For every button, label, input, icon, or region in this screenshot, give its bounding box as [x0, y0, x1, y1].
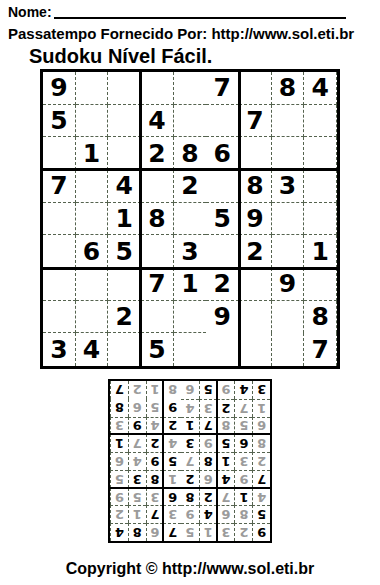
solution-cell-r5c8: 4: [128, 452, 146, 470]
solution-cell-r2c4: 4: [199, 505, 217, 523]
puzzle-cell-r1c1: 9: [43, 72, 76, 105]
solution-cell-r6c3: 5: [217, 434, 235, 452]
solution-cell-r3c8: 5: [128, 488, 146, 506]
box-divider-horizontal-2: [43, 267, 337, 270]
puzzle-cell-r2c1: 5: [43, 105, 76, 138]
puzzle-cell-r9c6: [206, 333, 239, 366]
puzzle-cell-r7c4: 7: [141, 268, 174, 301]
solution-cell-r6c1: 8: [252, 434, 270, 452]
puzzle-cell-r9c2: 4: [76, 333, 109, 366]
solution-cell-r5c6: 5: [163, 452, 181, 470]
puzzle-cell-r1c5: [174, 72, 207, 105]
puzzle-cell-r6c8: [272, 235, 305, 268]
puzzle-cell-r6c3: 5: [108, 235, 141, 268]
puzzle-cell-r3c4: 2: [141, 137, 174, 170]
solution-cell-r5c5: 7: [181, 452, 199, 470]
solution-cell-r9c3: 9: [217, 381, 235, 399]
puzzle-cell-r5c5: [174, 203, 207, 236]
solution-cell-r8c6: 9: [163, 399, 181, 417]
puzzle-cell-r2c3: [108, 105, 141, 138]
solution-cell-r8c9: 8: [110, 399, 128, 417]
solution-cell-r7c1: 6: [252, 417, 270, 435]
box-divider-vertical-1: [139, 72, 142, 366]
puzzle-cell-r4c6: [206, 170, 239, 203]
solution-cell-r8c2: 7: [234, 399, 252, 417]
solution-cell-r3c4: 2: [199, 488, 217, 506]
solution-cell-r3c5: 8: [181, 488, 199, 506]
solution-cell-r1c9: 4: [110, 523, 128, 541]
solution-box-divider-vertical-2: [162, 381, 164, 541]
solution-cell-r4c5: 2: [181, 470, 199, 488]
solution-cell-r4c1: 7: [252, 470, 270, 488]
puzzle-cell-r6c7: 2: [239, 235, 272, 268]
solution-cell-r7c8: 9: [128, 417, 146, 435]
puzzle-cell-r8c4: [141, 301, 174, 334]
solution-cell-r6c7: 2: [146, 434, 164, 452]
box-divider-vertical-2: [238, 72, 241, 366]
solution-cell-r8c5: 4: [181, 399, 199, 417]
solution-cell-r5c2: 3: [234, 452, 252, 470]
solution-cell-r8c8: 6: [128, 399, 146, 417]
puzzle-cell-r7c5: 1: [174, 268, 207, 301]
provided-by-text: Passatempo Fornecido Por: http://www.sol…: [8, 26, 380, 42]
solution-cell-r5c3: 1: [217, 452, 235, 470]
solution-cell-r3c7: 3: [146, 488, 164, 506]
puzzle-cell-r9c3: [108, 333, 141, 366]
puzzle-cell-r7c3: [108, 268, 141, 301]
solution-cell-r7c9: 3: [110, 417, 128, 435]
puzzle-cell-r5c9: [304, 203, 337, 236]
solution-cell-r5c1: 2: [252, 452, 270, 470]
solution-cell-r2c2: 8: [234, 505, 252, 523]
solution-cell-r9c1: 3: [252, 381, 270, 399]
puzzle-cell-r2c5: [174, 105, 207, 138]
solution-cell-r9c2: 4: [234, 381, 252, 399]
solution-cell-r3c2: 1: [234, 488, 252, 506]
solution-cell-r4c3: 4: [217, 470, 235, 488]
solution-cell-r6c5: 3: [181, 434, 199, 452]
solution-cell-r9c9: 7: [110, 381, 128, 399]
puzzle-cell-r8c9: 8: [304, 301, 337, 334]
solution-cell-r1c7: 6: [146, 523, 164, 541]
puzzle-cell-r9c8: [272, 333, 305, 366]
puzzle-cell-r6c4: [141, 235, 174, 268]
solution-cell-r1c4: 1: [199, 523, 217, 541]
solution-cell-r1c6: 7: [163, 523, 181, 541]
solution-cell-r6c9: 1: [110, 434, 128, 452]
solution-cell-r2c7: 7: [146, 505, 164, 523]
solution-cell-r4c9: 5: [110, 470, 128, 488]
solution-cell-r2c8: 1: [128, 505, 146, 523]
solution-cell-r3c3: 7: [217, 488, 235, 506]
solution-cell-r1c2: 2: [234, 523, 252, 541]
puzzle-cell-r8c7: [239, 301, 272, 334]
solution-cell-r9c8: 2: [128, 381, 146, 399]
puzzle-cell-r1c4: [141, 72, 174, 105]
name-row: Nome:: [8, 5, 346, 19]
puzzle-cell-r5c8: [272, 203, 305, 236]
solution-cell-r4c8: 3: [128, 470, 146, 488]
puzzle-cell-r7c7: [239, 268, 272, 301]
puzzle-cell-r3c7: [239, 137, 272, 170]
solution-cell-r3c6: 6: [163, 488, 181, 506]
solution-box-divider-horizontal-2: [110, 433, 270, 435]
solution-cell-r7c5: 1: [181, 417, 199, 435]
solution-cell-r5c9: 6: [110, 452, 128, 470]
solution-cell-r1c3: 3: [217, 523, 235, 541]
solution-cell-r2c1: 5: [252, 505, 270, 523]
puzzle-cell-r5c7: 9: [239, 203, 272, 236]
puzzle-cell-r6c6: [206, 235, 239, 268]
puzzle-cell-r5c1: [43, 203, 76, 236]
solution-box-divider-vertical-1: [216, 381, 218, 541]
solution-cell-r4c6: 1: [163, 470, 181, 488]
puzzle-cell-r1c7: [239, 72, 272, 105]
puzzle-cell-r6c5: 3: [174, 235, 207, 268]
puzzle-cell-r5c6: 5: [206, 203, 239, 236]
solution-cell-r6c8: 7: [128, 434, 146, 452]
puzzle-cell-r3c9: [304, 137, 337, 170]
solution-cell-r5c7: 9: [146, 452, 164, 470]
puzzle-cell-r3c2: 1: [76, 137, 109, 170]
puzzle-cell-r3c3: [108, 137, 141, 170]
puzzle-cell-r9c1: 3: [43, 333, 76, 366]
puzzle-cell-r8c1: [43, 301, 76, 334]
puzzle-cell-r1c3: [108, 72, 141, 105]
solution-cell-r3c1: 4: [252, 488, 270, 506]
solution-cell-r7c3: 8: [217, 417, 235, 435]
solution-cell-r6c2: 6: [234, 434, 252, 452]
solution-cell-r8c4: 3: [199, 399, 217, 417]
solution-cell-r6c4: 9: [199, 434, 217, 452]
page-title: Sudoku Nível Fácil.: [29, 46, 380, 66]
solution-cell-r7c2: 5: [234, 417, 252, 435]
puzzle-cell-r2c8: [272, 105, 305, 138]
puzzle-cell-r8c2: [76, 301, 109, 334]
puzzle-cell-r4c1: 7: [43, 170, 76, 203]
puzzle-cell-r2c7: 7: [239, 105, 272, 138]
solution-cell-r8c3: 2: [217, 399, 235, 417]
puzzle-cell-r4c4: [141, 170, 174, 203]
puzzle-cell-r8c6: 9: [206, 301, 239, 334]
solution-box-divider-horizontal-1: [110, 487, 270, 489]
puzzle-cell-r7c6: 2: [206, 268, 239, 301]
puzzle-cell-r9c7: [239, 333, 272, 366]
puzzle-cell-r1c8: 8: [272, 72, 305, 105]
solution-cell-r8c1: 1: [252, 399, 270, 417]
puzzle-cell-r2c4: 4: [141, 105, 174, 138]
solution-cell-r4c7: 8: [146, 470, 164, 488]
solution-cell-r6c6: 4: [163, 434, 181, 452]
solution-cell-r7c6: 2: [163, 417, 181, 435]
solution-cell-r1c8: 8: [128, 523, 146, 541]
puzzle-cell-r3c5: 8: [174, 137, 207, 170]
solution-cell-r4c2: 9: [234, 470, 252, 488]
puzzle-cell-r4c9: [304, 170, 337, 203]
puzzle-cell-r1c2: [76, 72, 109, 105]
solution-cell-r8c7: 5: [146, 399, 164, 417]
puzzle-cell-r7c1: [43, 268, 76, 301]
puzzle-cell-r8c5: [174, 301, 207, 334]
solution-cell-r9c6: 8: [163, 381, 181, 399]
puzzle-cell-r8c3: 2: [108, 301, 141, 334]
puzzle-cell-r8c8: [272, 301, 305, 334]
puzzle-cell-r3c6: 6: [206, 137, 239, 170]
puzzle-cell-r2c2: [76, 105, 109, 138]
puzzle-cell-r9c9: 7: [304, 333, 337, 366]
puzzle-cell-r5c2: [76, 203, 109, 236]
box-divider-horizontal-1: [43, 168, 337, 171]
solution-cell-r9c4: 5: [199, 381, 217, 399]
puzzle-cell-r7c9: [304, 268, 337, 301]
puzzle-cell-r7c8: 9: [272, 268, 305, 301]
puzzle-cell-r1c6: 7: [206, 72, 239, 105]
solution-cell-r1c5: 5: [181, 523, 199, 541]
puzzle-cell-r6c2: 6: [76, 235, 109, 268]
solution-cell-r5c4: 8: [199, 452, 217, 470]
solution-cell-r4c4: 6: [199, 470, 217, 488]
solution-cell-r2c5: 9: [181, 505, 199, 523]
name-label: Nome:: [8, 5, 52, 19]
puzzle-cell-r3c1: [43, 137, 76, 170]
puzzle-cell-r4c2: [76, 170, 109, 203]
puzzle-cell-r4c7: 8: [239, 170, 272, 203]
puzzle-cell-r4c3: 4: [108, 170, 141, 203]
puzzle-cell-r9c5: [174, 333, 207, 366]
solution-cell-r2c6: 3: [163, 505, 181, 523]
puzzle-cell-r6c9: 1: [304, 235, 337, 268]
puzzle-cell-r1c9: 4: [304, 72, 337, 105]
puzzle-cell-r9c4: 5: [141, 333, 174, 366]
puzzle-cell-r5c3: 1: [108, 203, 141, 236]
name-fill-line: [54, 7, 346, 19]
solution-cell-r7c7: 4: [146, 417, 164, 435]
solution-cell-r1c1: 9: [252, 523, 270, 541]
solution-cell-r9c7: 1: [146, 381, 164, 399]
puzzle-cell-r4c8: 3: [272, 170, 305, 203]
puzzle-cell-r6c1: [43, 235, 76, 268]
worksheet-page: Nome: Passatempo Fornecido Por: http://w…: [0, 0, 380, 585]
solution-cell-r2c3: 6: [217, 505, 235, 523]
solution-cell-r9c5: 6: [181, 381, 199, 399]
sudoku-puzzle-grid: 978454712867428318596532171292983457: [40, 69, 340, 369]
puzzle-cell-r2c9: [304, 105, 337, 138]
solution-cell-r3c9: 9: [110, 488, 128, 506]
solution-cell-r7c4: 7: [199, 417, 217, 435]
sudoku-solution-grid-rotated: 9231576845864937124172863597946218352318…: [108, 379, 272, 543]
puzzle-cell-r7c2: [76, 268, 109, 301]
puzzle-cell-r4c5: 2: [174, 170, 207, 203]
solution-cell-r2c9: 2: [110, 505, 128, 523]
puzzle-cell-r3c8: [272, 137, 305, 170]
puzzle-cell-r5c4: 8: [141, 203, 174, 236]
puzzle-cell-r2c6: [206, 105, 239, 138]
copyright-text: Copyright © http://www.sol.eti.br: [0, 560, 380, 578]
